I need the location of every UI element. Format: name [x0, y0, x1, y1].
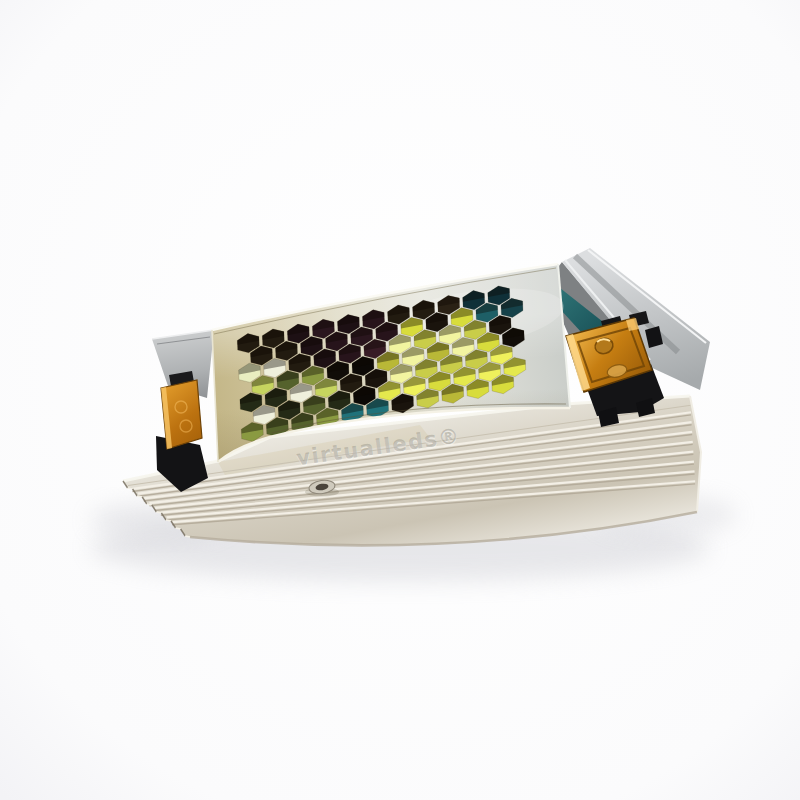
step-tread — [137, 496, 142, 497]
step-tread — [176, 528, 181, 529]
product-photo-canvas: virtualleds® virtualleds® — [0, 0, 800, 800]
step-tread — [156, 512, 161, 513]
step-tread — [166, 520, 171, 521]
step-tread — [147, 504, 152, 505]
product-photo: virtualleds® virtualleds® — [0, 0, 800, 800]
step-tread — [128, 488, 133, 489]
step-tread — [185, 536, 190, 537]
